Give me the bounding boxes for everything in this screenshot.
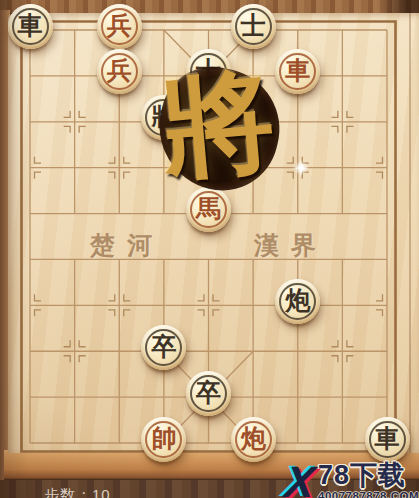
piece-character: 車	[375, 426, 400, 451]
watermark-site-name: 78下载	[318, 462, 406, 489]
piece-red-soldier[interactable]: 兵	[97, 49, 142, 94]
river-label-han-jie: 漢界	[254, 229, 328, 262]
piece-black-chariot[interactable]: 車	[8, 4, 53, 49]
piece-black-soldier[interactable]: 卒	[141, 325, 186, 370]
sparkle-effect	[292, 159, 310, 177]
piece-red-soldier[interactable]: 兵	[97, 4, 142, 49]
piece-character: 卒	[151, 334, 176, 359]
piece-character: 馬	[196, 196, 221, 221]
watermark: X 78下载 4007787878.COM	[285, 462, 419, 498]
piece-red-cannon[interactable]: 炮	[231, 417, 276, 462]
piece-character: 車	[18, 13, 43, 38]
piece-red-horse[interactable]: 馬	[186, 187, 231, 232]
watermark-phone: 4007787878.COM	[318, 490, 419, 498]
piece-black-advisor[interactable]: 士	[231, 4, 276, 49]
piece-character: 車	[285, 58, 310, 83]
piece-character: 兵	[107, 13, 132, 38]
check-animation-badge: 將	[162, 72, 276, 186]
piece-character: 炮	[285, 288, 310, 313]
piece-black-chariot[interactable]: 車	[365, 417, 410, 462]
river-label-chu-he: 楚河	[90, 229, 164, 262]
piece-character: 卒	[196, 380, 221, 405]
board-top-edge	[0, 0, 419, 13]
piece-black-cannon[interactable]: 炮	[275, 279, 320, 324]
move-counter: 步数：10	[44, 486, 111, 498]
watermark-x-logo: X	[283, 462, 317, 498]
check-badge-character: 將	[148, 55, 289, 196]
piece-character: 士	[241, 13, 266, 38]
piece-character: 帥	[151, 426, 176, 451]
piece-character: 炮	[241, 426, 266, 451]
piece-black-soldier[interactable]: 卒	[186, 371, 231, 416]
piece-character: 兵	[107, 58, 132, 83]
piece-red-general[interactable]: 帥	[141, 417, 186, 462]
